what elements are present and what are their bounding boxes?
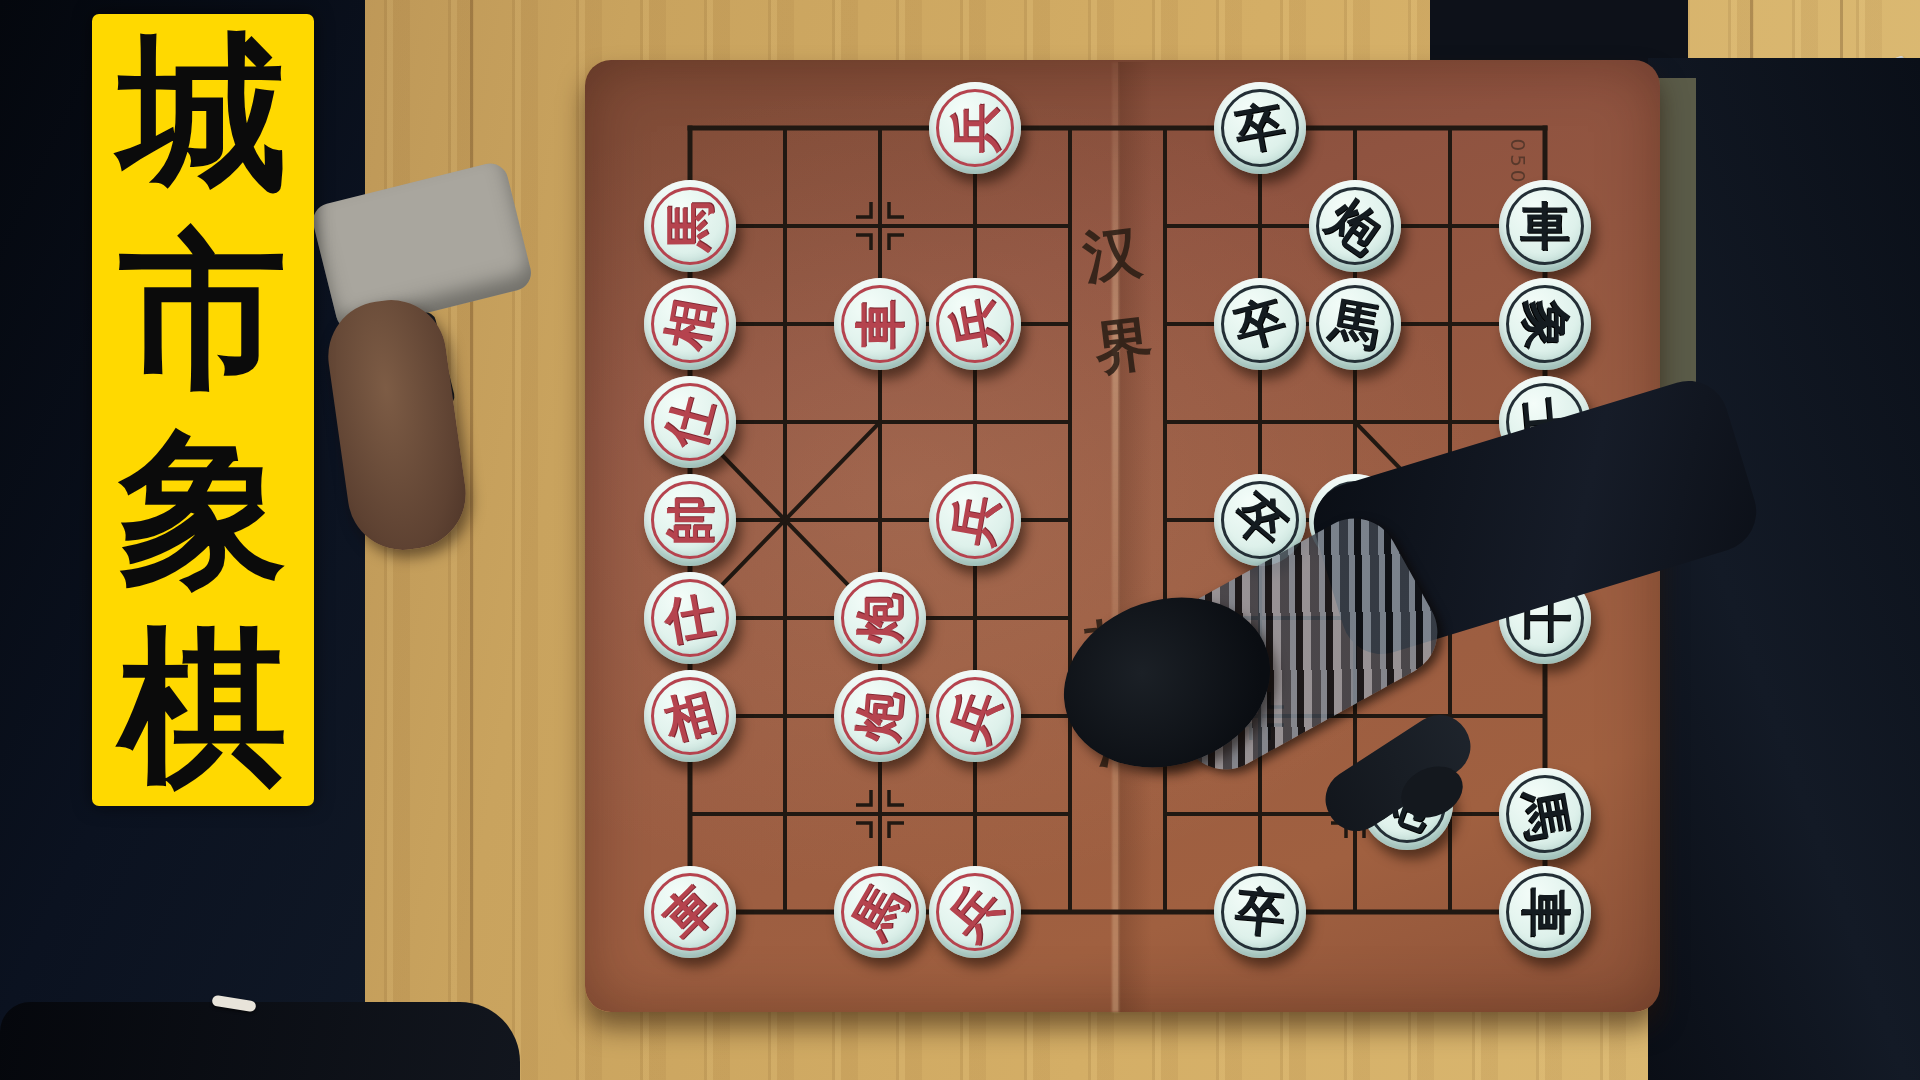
piece-black-車[interactable]: 車 bbox=[1499, 866, 1591, 958]
piece-character: 卒 bbox=[1230, 91, 1291, 166]
piece-character: 兵 bbox=[938, 294, 1013, 355]
piece-red-車[interactable]: 車 bbox=[644, 866, 736, 958]
piece-character: 帥 bbox=[657, 495, 724, 545]
piece-character: 車 bbox=[1520, 193, 1570, 260]
piece-red-兵[interactable]: 兵 bbox=[929, 278, 1021, 370]
piece-face: 象 bbox=[1506, 285, 1584, 363]
piece-red-兵[interactable]: 兵 bbox=[929, 866, 1021, 958]
piece-face: 車 bbox=[651, 873, 729, 951]
piece-face: 車 bbox=[1506, 873, 1584, 951]
piece-face: 相 bbox=[651, 677, 729, 755]
piece-face: 兵 bbox=[936, 285, 1014, 363]
piece-character: 馬 bbox=[657, 201, 724, 251]
piece-red-兵[interactable]: 兵 bbox=[929, 82, 1021, 174]
piece-character: 車 bbox=[649, 871, 732, 954]
piece-face: 兵 bbox=[936, 481, 1014, 559]
piece-character: 兵 bbox=[942, 103, 1009, 153]
piece-red-馬[interactable]: 馬 bbox=[834, 866, 926, 958]
piece-red-相[interactable]: 相 bbox=[644, 670, 736, 762]
piece-face: 卒 bbox=[1221, 89, 1299, 167]
piece-face: 馬 bbox=[651, 187, 729, 265]
piece-character: 兵 bbox=[938, 490, 1013, 551]
piece-character: 馬 bbox=[1325, 287, 1386, 362]
piece-red-炮[interactable]: 炮 bbox=[834, 572, 926, 664]
piece-red-相[interactable]: 相 bbox=[644, 278, 736, 370]
piece-character: 馬 bbox=[838, 874, 921, 951]
piece-red-帥[interactable]: 帥 bbox=[644, 474, 736, 566]
piece-face: 車 bbox=[1506, 187, 1584, 265]
piece-character: 炮 bbox=[844, 688, 915, 744]
piece-character: 卒 bbox=[1232, 876, 1288, 947]
piece-face: 卒 bbox=[1221, 285, 1299, 363]
scene: 城 市 象 棋 汉界 楚河 050 馬相仕帥仕相車車炮炮馬兵兵兵兵兵卒卒卒卒卒炮… bbox=[0, 0, 1920, 1080]
piece-character: 相 bbox=[657, 677, 723, 755]
piece-face: 炮 bbox=[841, 677, 919, 755]
piece-character: 馬 bbox=[1508, 784, 1583, 845]
piece-character: 車 bbox=[847, 299, 914, 349]
piece-red-馬[interactable]: 馬 bbox=[644, 180, 736, 272]
piece-face: 車 bbox=[841, 285, 919, 363]
piece-face: 兵 bbox=[936, 677, 1014, 755]
piece-face: 馬 bbox=[1316, 285, 1394, 363]
piece-black-象[interactable]: 象 bbox=[1499, 278, 1591, 370]
piece-face: 卒 bbox=[1221, 873, 1299, 951]
piece-face: 仕 bbox=[651, 383, 729, 461]
piece-face: 炮 bbox=[841, 579, 919, 657]
piece-character: 仕 bbox=[660, 581, 721, 656]
piece-face: 仕 bbox=[651, 579, 729, 657]
piece-character: 兵 bbox=[935, 681, 1015, 751]
piece-face: 炮 bbox=[1316, 187, 1394, 265]
piece-character: 象 bbox=[1512, 299, 1579, 349]
piece-character: 車 bbox=[1512, 887, 1579, 937]
piece-black-車[interactable]: 車 bbox=[1499, 180, 1591, 272]
piece-red-車[interactable]: 車 bbox=[834, 278, 926, 370]
piece-black-馬[interactable]: 馬 bbox=[1309, 278, 1401, 370]
piece-black-卒[interactable]: 卒 bbox=[1214, 278, 1306, 370]
piece-face: 馬 bbox=[841, 873, 919, 951]
piece-face: 相 bbox=[651, 285, 729, 363]
piece-red-兵[interactable]: 兵 bbox=[929, 670, 1021, 762]
piece-red-兵[interactable]: 兵 bbox=[929, 474, 1021, 566]
piece-character: 仕 bbox=[651, 389, 729, 455]
piece-character: 炮 bbox=[1315, 184, 1394, 268]
piece-face: 帥 bbox=[651, 481, 729, 559]
piece-red-仕[interactable]: 仕 bbox=[644, 572, 736, 664]
piece-black-卒[interactable]: 卒 bbox=[1214, 866, 1306, 958]
piece-character: 炮 bbox=[847, 593, 914, 643]
piece-black-馬[interactable]: 馬 bbox=[1499, 768, 1591, 860]
piece-face: 馬 bbox=[1506, 775, 1584, 853]
piece-black-炮[interactable]: 炮 bbox=[1309, 180, 1401, 272]
piece-character: 兵 bbox=[933, 871, 1016, 952]
piece-character: 相 bbox=[653, 294, 728, 355]
piece-red-炮[interactable]: 炮 bbox=[834, 670, 926, 762]
piece-face: 卒 bbox=[1221, 481, 1299, 559]
piece-red-仕[interactable]: 仕 bbox=[644, 376, 736, 468]
piece-face: 兵 bbox=[936, 89, 1014, 167]
piece-black-卒[interactable]: 卒 bbox=[1214, 82, 1306, 174]
piece-face: 兵 bbox=[936, 873, 1014, 951]
piece-character: 卒 bbox=[1227, 285, 1293, 363]
